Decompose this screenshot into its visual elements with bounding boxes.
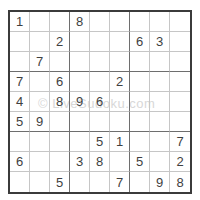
cell-r1c4[interactable]: 8 <box>70 12 90 32</box>
given-digit: 7 <box>36 54 43 69</box>
given-digit: 1 <box>116 134 123 149</box>
cell-r7c7[interactable] <box>130 132 150 152</box>
given-digit: 8 <box>176 175 183 190</box>
cell-r4c5[interactable] <box>90 72 110 92</box>
cell-r6c8[interactable] <box>150 112 170 132</box>
given-digit: 5 <box>136 154 143 169</box>
cell-r4c2[interactable] <box>30 72 50 92</box>
given-digit: 7 <box>16 74 23 89</box>
cell-r7c8[interactable] <box>150 132 170 152</box>
cell-r1c6[interactable] <box>110 12 130 32</box>
given-digit: 6 <box>16 154 23 169</box>
given-digit: 2 <box>56 34 63 49</box>
given-digit: 8 <box>96 154 103 169</box>
cell-r4c7[interactable] <box>130 72 150 92</box>
cell-r3c8[interactable] <box>150 52 170 72</box>
cell-r6c1[interactable]: 5 <box>10 112 30 132</box>
cell-r3c6[interactable] <box>110 52 130 72</box>
cell-r2c6[interactable] <box>110 32 130 52</box>
cell-r6c9[interactable] <box>170 112 190 132</box>
cell-r7c9[interactable]: 7 <box>170 132 190 152</box>
cell-r6c7[interactable] <box>130 112 150 132</box>
cell-r2c3[interactable]: 2 <box>50 32 70 52</box>
cell-r7c5[interactable]: 5 <box>90 132 110 152</box>
cell-r8c2[interactable] <box>30 152 50 172</box>
cell-r9c8[interactable]: 9 <box>150 172 170 192</box>
cell-r3c4[interactable] <box>70 52 90 72</box>
given-digit: 6 <box>96 94 103 109</box>
given-digit: 2 <box>116 74 123 89</box>
given-digit: 8 <box>56 94 63 109</box>
cell-r1c1[interactable]: 1 <box>10 12 30 32</box>
cell-r9c9[interactable]: 8 <box>170 172 190 192</box>
cell-r2c8[interactable]: 3 <box>150 32 170 52</box>
cell-r6c6[interactable] <box>110 112 130 132</box>
cell-r4c3[interactable]: 6 <box>50 72 70 92</box>
cell-r1c9[interactable] <box>170 12 190 32</box>
cell-r5c9[interactable] <box>170 92 190 112</box>
cell-r4c1[interactable]: 7 <box>10 72 30 92</box>
cell-r5c7[interactable] <box>130 92 150 112</box>
cell-r1c5[interactable] <box>90 12 110 32</box>
cell-r6c3[interactable] <box>50 112 70 132</box>
given-digit: 6 <box>136 34 143 49</box>
cell-r5c2[interactable] <box>30 92 50 112</box>
cell-r3c2[interactable]: 7 <box>30 52 50 72</box>
given-digit: 8 <box>76 14 83 29</box>
cell-r8c9[interactable]: 2 <box>170 152 190 172</box>
cell-r9c4[interactable] <box>70 172 90 192</box>
cell-r7c4[interactable] <box>70 132 90 152</box>
given-digit: 3 <box>76 154 83 169</box>
cell-r8c8[interactable] <box>150 152 170 172</box>
given-digit: 9 <box>156 175 163 190</box>
cell-r5c8[interactable] <box>150 92 170 112</box>
cell-r2c5[interactable] <box>90 32 110 52</box>
cell-r7c3[interactable] <box>50 132 70 152</box>
cell-r9c7[interactable] <box>130 172 150 192</box>
cell-r3c3[interactable] <box>50 52 70 72</box>
cell-r5c5[interactable]: 6 <box>90 92 110 112</box>
cell-r5c3[interactable]: 8 <box>50 92 70 112</box>
cell-r4c9[interactable] <box>170 72 190 92</box>
cell-r1c2[interactable] <box>30 12 50 32</box>
cell-r2c1[interactable] <box>10 32 30 52</box>
cell-r4c4[interactable] <box>70 72 90 92</box>
cell-r6c5[interactable] <box>90 112 110 132</box>
cell-r1c7[interactable] <box>130 12 150 32</box>
cell-r7c6[interactable]: 1 <box>110 132 130 152</box>
cell-r9c1[interactable] <box>10 172 30 192</box>
cell-r7c1[interactable] <box>10 132 30 152</box>
given-digit: 3 <box>156 34 163 49</box>
given-digit: 5 <box>96 134 103 149</box>
cell-r8c4[interactable]: 3 <box>70 152 90 172</box>
cell-r2c4[interactable] <box>70 32 90 52</box>
given-digit: 4 <box>16 94 23 109</box>
given-digit: 9 <box>36 114 43 129</box>
cell-r1c8[interactable] <box>150 12 170 32</box>
sudoku-board: 182637762489659517638525798 © LiveSudoku… <box>8 10 192 194</box>
cell-r9c6[interactable]: 7 <box>110 172 130 192</box>
cell-r8c7[interactable]: 5 <box>130 152 150 172</box>
cell-r5c4[interactable]: 9 <box>70 92 90 112</box>
given-digit: 5 <box>16 114 23 129</box>
cell-r3c9[interactable] <box>170 52 190 72</box>
cell-r4c6[interactable]: 2 <box>110 72 130 92</box>
cell-r9c2[interactable] <box>30 172 50 192</box>
cell-r2c9[interactable] <box>170 32 190 52</box>
cell-r2c7[interactable]: 6 <box>130 32 150 52</box>
cell-r2c2[interactable] <box>30 32 50 52</box>
cell-r6c4[interactable] <box>70 112 90 132</box>
cell-r8c6[interactable] <box>110 152 130 172</box>
cell-r5c6[interactable] <box>110 92 130 112</box>
given-digit: 9 <box>76 94 83 109</box>
given-digit: 2 <box>176 154 183 169</box>
cell-r6c2[interactable]: 9 <box>30 112 50 132</box>
cell-r5c1[interactable]: 4 <box>10 92 30 112</box>
cell-r3c1[interactable] <box>10 52 30 72</box>
sudoku-grid: 182637762489659517638525798 <box>10 12 190 192</box>
given-digit: 7 <box>116 175 123 190</box>
given-digit: 1 <box>16 14 23 29</box>
cell-r8c5[interactable]: 8 <box>90 152 110 172</box>
cell-r3c5[interactable] <box>90 52 110 72</box>
cell-r9c3[interactable]: 5 <box>50 172 70 192</box>
given-digit: 5 <box>56 175 63 190</box>
given-digit: 7 <box>176 134 183 149</box>
cell-r7c2[interactable] <box>30 132 50 152</box>
cell-r1c3[interactable] <box>50 12 70 32</box>
cell-r8c3[interactable] <box>50 152 70 172</box>
given-digit: 6 <box>56 74 63 89</box>
cell-r9c5[interactable] <box>90 172 110 192</box>
cell-r8c1[interactable]: 6 <box>10 152 30 172</box>
cell-r3c7[interactable] <box>130 52 150 72</box>
cell-r4c8[interactable] <box>150 72 170 92</box>
